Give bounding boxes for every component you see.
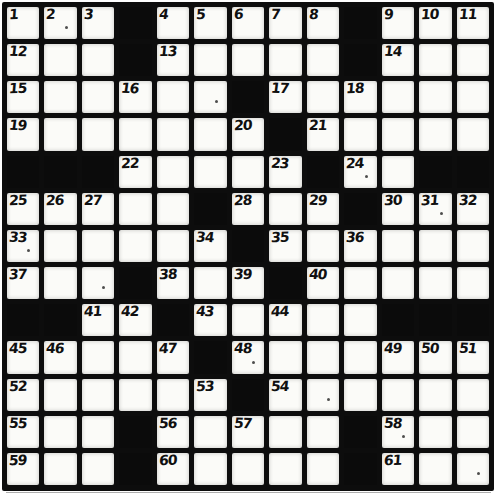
clue-number: 57 — [233, 415, 253, 431]
block-r12c4 — [119, 416, 151, 448]
cell-r10c4[interactable] — [119, 341, 151, 373]
cell-r8c2[interactable] — [44, 267, 76, 299]
clue-number: 9 — [383, 7, 393, 22]
cell-r11c5[interactable] — [157, 379, 189, 411]
clue-number: 19 — [8, 118, 28, 134]
cell-r7c10[interactable]: 36 — [344, 230, 376, 262]
cell-r7c8[interactable]: 35 — [269, 230, 301, 262]
cell-r8c7[interactable]: 39 — [232, 267, 264, 299]
clue-number: 47 — [158, 341, 177, 356]
block-r4c8 — [269, 118, 301, 150]
cell-r4c11[interactable] — [382, 118, 414, 150]
clue-number: 58 — [383, 416, 402, 431]
cell-r4c12[interactable] — [419, 118, 451, 150]
cell-r9c9[interactable] — [307, 304, 339, 336]
block-r2c4 — [119, 44, 151, 76]
block-r5c9 — [307, 156, 339, 188]
block-r9c1 — [7, 304, 39, 336]
clue-number: 30 — [383, 192, 402, 208]
cell-r1c5[interactable]: 4 — [157, 7, 189, 39]
cell-r4c6[interactable] — [194, 118, 226, 150]
block-r2c10 — [344, 44, 376, 76]
clue-number: 43 — [195, 304, 215, 320]
block-r11c7 — [232, 379, 264, 411]
clue-number: 45 — [8, 341, 27, 356]
cell-r6c5[interactable] — [157, 193, 189, 225]
cell-r10c9[interactable] — [307, 341, 339, 373]
cell-r7c11[interactable] — [382, 230, 414, 262]
block-r6c10 — [344, 193, 376, 225]
clue-number: 26 — [46, 193, 65, 208]
clue-number: 46 — [46, 341, 65, 356]
cell-r13c2[interactable] — [44, 453, 76, 485]
clue-number: 61 — [383, 453, 402, 468]
cell-r4c5[interactable] — [157, 118, 189, 150]
clue-number: 14 — [383, 44, 402, 59]
block-r7c7 — [232, 230, 264, 262]
block-r8c8 — [269, 267, 301, 299]
cell-r11c1[interactable]: 52 — [7, 379, 39, 411]
cell-r13c9[interactable] — [307, 453, 339, 485]
cell-r6c12[interactable]: 31 — [419, 193, 451, 225]
clue-number: 6 — [233, 7, 243, 22]
cell-r2c9[interactable] — [307, 44, 339, 76]
cell-r5c8[interactable]: 23 — [269, 156, 301, 188]
clue-number: 59 — [8, 453, 27, 468]
cell-r1c3[interactable]: 3 — [82, 7, 114, 39]
cell-r10c13[interactable]: 51 — [457, 341, 489, 373]
cell-r2c5[interactable]: 13 — [157, 44, 189, 76]
block-r1c10 — [344, 7, 376, 39]
cell-r2c13[interactable] — [457, 44, 489, 76]
cell-r7c12[interactable] — [419, 230, 451, 262]
cell-r1c12[interactable]: 10 — [419, 7, 451, 39]
clue-number: 24 — [345, 155, 364, 170]
cell-r7c6[interactable]: 34 — [194, 230, 226, 262]
clue-number: 22 — [121, 155, 140, 171]
clue-number: 29 — [308, 193, 327, 208]
cell-r13c7[interactable] — [232, 453, 264, 485]
clue-number: 37 — [8, 267, 27, 282]
cell-r12c5[interactable]: 56 — [157, 416, 189, 448]
cell-r8c13[interactable] — [457, 267, 489, 299]
cell-r11c11[interactable] — [382, 379, 414, 411]
cell-r8c1[interactable]: 37 — [7, 267, 39, 299]
clue-number: 56 — [158, 416, 177, 431]
cell-r1c9[interactable]: 8 — [307, 7, 339, 39]
block-r5c12 — [419, 156, 451, 188]
block-r9c11 — [382, 304, 414, 336]
cell-r11c4[interactable] — [119, 379, 151, 411]
cell-r12c11[interactable]: 58 — [382, 416, 414, 448]
cell-r13c11[interactable]: 61 — [382, 453, 414, 485]
cell-r10c10[interactable] — [344, 341, 376, 373]
cell-r10c7[interactable]: 48 — [232, 341, 264, 373]
clue-number: 53 — [196, 378, 215, 394]
clue-number: 17 — [270, 81, 289, 96]
cell-r9c3[interactable]: 41 — [82, 304, 114, 336]
clue-number: 2 — [46, 7, 56, 22]
block-r5c2 — [44, 156, 76, 188]
cell-r3c12[interactable] — [419, 81, 451, 113]
clue-number: 20 — [233, 118, 252, 134]
cell-r1c1[interactable]: 1 — [7, 7, 39, 39]
cell-r12c9[interactable] — [307, 416, 339, 448]
clue-number: 25 — [8, 192, 27, 208]
clue-number: 55 — [8, 416, 27, 431]
block-r8c4 — [119, 267, 151, 299]
cell-r11c12[interactable] — [419, 379, 451, 411]
cell-r11c10[interactable] — [344, 379, 376, 411]
cell-r7c4[interactable] — [119, 230, 151, 262]
cell-r2c12[interactable] — [419, 44, 451, 76]
cell-r8c6[interactable] — [194, 267, 226, 299]
cell-r3c10[interactable]: 18 — [344, 81, 376, 113]
cell-r10c5[interactable]: 47 — [157, 341, 189, 373]
clue-number: 31 — [420, 193, 439, 208]
clue-number: 8 — [308, 7, 319, 22]
cell-r11c9[interactable] — [307, 379, 339, 411]
cell-r9c10[interactable] — [344, 304, 376, 336]
cell-r4c13[interactable] — [457, 118, 489, 150]
clue-number: 28 — [233, 193, 252, 208]
cell-r7c3[interactable] — [82, 230, 114, 262]
cell-r6c13[interactable]: 32 — [457, 193, 489, 225]
cell-r3c8[interactable]: 17 — [269, 81, 301, 113]
cell-r3c1[interactable]: 15 — [7, 81, 39, 113]
clue-number: 16 — [120, 81, 140, 97]
clue-number: 15 — [8, 81, 27, 96]
cell-r4c2[interactable] — [44, 118, 76, 150]
clue-number: 36 — [345, 230, 364, 245]
clue-number: 7 — [270, 7, 280, 22]
clue-number: 42 — [121, 304, 140, 319]
cell-r10c2[interactable]: 46 — [44, 341, 76, 373]
cell-r5c10[interactable]: 24 — [344, 156, 376, 188]
clue-number: 40 — [308, 267, 328, 283]
clue-number: 41 — [83, 304, 102, 319]
cell-r12c2[interactable] — [44, 416, 76, 448]
cell-r2c8[interactable] — [269, 44, 301, 76]
cell-r10c3[interactable] — [82, 341, 114, 373]
cell-r6c4[interactable] — [119, 193, 151, 225]
block-r12c10 — [344, 416, 376, 448]
clue-number: 1 — [8, 7, 18, 22]
cell-r13c3[interactable] — [82, 453, 114, 485]
cell-r4c1[interactable]: 19 — [7, 118, 39, 150]
cell-r2c1[interactable]: 12 — [7, 44, 39, 76]
crossword-page: 1234567891011121314151617181920212223242… — [0, 0, 495, 497]
clue-number: 18 — [346, 81, 365, 97]
clue-number: 34 — [195, 230, 214, 245]
cell-r11c2[interactable] — [44, 379, 76, 411]
block-r13c4 — [119, 453, 151, 485]
clue-number: 38 — [158, 267, 177, 283]
cell-r4c9[interactable]: 21 — [307, 118, 339, 150]
cell-r1c8[interactable]: 7 — [269, 7, 301, 39]
cell-r3c13[interactable] — [457, 81, 489, 113]
cell-r4c10[interactable] — [344, 118, 376, 150]
cell-r12c1[interactable]: 55 — [7, 416, 39, 448]
cell-r4c7[interactable]: 20 — [232, 118, 264, 150]
cell-r12c8[interactable] — [269, 416, 301, 448]
cell-r13c8[interactable] — [269, 453, 301, 485]
clue-number: 12 — [8, 44, 27, 59]
cell-r11c8[interactable]: 54 — [269, 379, 301, 411]
cell-r5c7[interactable] — [232, 156, 264, 188]
cell-r8c9[interactable]: 40 — [307, 267, 339, 299]
clue-number: 54 — [270, 379, 289, 394]
block-r1c4 — [119, 7, 151, 39]
block-r3c7 — [232, 81, 264, 113]
clue-number: 44 — [271, 304, 290, 319]
cell-r9c4[interactable]: 42 — [119, 304, 151, 336]
cell-r13c12[interactable] — [419, 453, 451, 485]
crossword-grid: 1234567891011121314151617181920212223242… — [2, 2, 494, 491]
block-r9c13 — [457, 304, 489, 336]
cell-r13c13[interactable] — [457, 453, 489, 485]
clue-number: 5 — [196, 7, 206, 22]
cell-r9c7[interactable] — [232, 304, 264, 336]
block-r5c13 — [457, 156, 489, 188]
cell-r11c13[interactable] — [457, 379, 489, 411]
cell-r8c12[interactable] — [419, 267, 451, 299]
cell-r6c2[interactable]: 26 — [44, 193, 76, 225]
cell-r6c3[interactable]: 27 — [82, 193, 114, 225]
cell-r10c12[interactable]: 50 — [419, 341, 451, 373]
clue-number: 27 — [83, 193, 102, 208]
cell-r4c3[interactable] — [82, 118, 114, 150]
cell-r10c8[interactable] — [269, 341, 301, 373]
cell-r11c6[interactable]: 53 — [194, 379, 226, 411]
clue-number: 11 — [458, 7, 477, 22]
cell-r1c7[interactable]: 6 — [232, 7, 264, 39]
block-r6c6 — [194, 193, 226, 225]
clue-number: 13 — [158, 44, 177, 59]
cell-r3c11[interactable] — [382, 81, 414, 113]
cell-r5c4[interactable]: 22 — [119, 156, 151, 188]
clue-number: 10 — [420, 7, 439, 22]
cell-r8c3[interactable] — [82, 267, 114, 299]
cell-r9c6[interactable]: 43 — [194, 304, 226, 336]
cell-r12c6[interactable] — [194, 416, 226, 448]
cell-r5c11[interactable] — [382, 156, 414, 188]
clue-number: 48 — [233, 341, 252, 356]
clue-number: 3 — [83, 7, 93, 22]
cell-r8c5[interactable]: 38 — [157, 267, 189, 299]
cell-r2c6[interactable] — [194, 44, 226, 76]
cell-r8c10[interactable] — [344, 267, 376, 299]
clue-number: 4 — [158, 7, 169, 22]
block-r10c6 — [194, 341, 226, 373]
cell-r10c1[interactable]: 45 — [7, 341, 39, 373]
cell-r3c2[interactable] — [44, 81, 76, 113]
cell-r3c4[interactable]: 16 — [119, 81, 151, 113]
cell-r1c2[interactable]: 2 — [44, 7, 76, 39]
cell-r6c11[interactable]: 30 — [382, 193, 414, 225]
scan-artifact-line — [6, 492, 491, 493]
clue-number: 51 — [458, 341, 478, 357]
block-r13c10 — [344, 453, 376, 485]
block-r9c12 — [419, 304, 451, 336]
cell-r1c6[interactable]: 5 — [194, 7, 226, 39]
clue-number: 39 — [233, 267, 252, 282]
cell-r13c1[interactable]: 59 — [7, 453, 39, 485]
clue-number: 52 — [8, 378, 27, 394]
cell-r12c7[interactable]: 57 — [232, 416, 264, 448]
clue-number: 32 — [458, 193, 477, 208]
cell-r4c4[interactable] — [119, 118, 151, 150]
cell-r3c3[interactable] — [82, 81, 114, 113]
clue-number: 35 — [271, 230, 290, 246]
cell-r6c8[interactable] — [269, 193, 301, 225]
cell-r13c6[interactable] — [194, 453, 226, 485]
cell-r6c1[interactable]: 25 — [7, 193, 39, 225]
clue-number: 50 — [420, 341, 439, 356]
cell-r1c11[interactable]: 9 — [382, 7, 414, 39]
cell-r3c5[interactable] — [157, 81, 189, 113]
cell-r12c12[interactable] — [419, 416, 451, 448]
cell-r12c13[interactable] — [457, 416, 489, 448]
cell-r3c9[interactable] — [307, 81, 339, 113]
block-r9c2 — [44, 304, 76, 336]
cell-r3c6[interactable] — [194, 81, 226, 113]
cell-r9c8[interactable]: 44 — [269, 304, 301, 336]
cell-r6c7[interactable]: 28 — [232, 193, 264, 225]
cell-r10c11[interactable]: 49 — [382, 341, 414, 373]
clue-number: 33 — [8, 230, 27, 245]
cell-r7c13[interactable] — [457, 230, 489, 262]
cell-r8c11[interactable] — [382, 267, 414, 299]
cell-r7c1[interactable]: 33 — [7, 230, 39, 262]
clue-number: 21 — [308, 118, 327, 133]
cell-r1c13[interactable]: 11 — [457, 7, 489, 39]
cell-r12c3[interactable] — [82, 416, 114, 448]
block-r5c1 — [7, 156, 39, 188]
cell-r13c5[interactable]: 60 — [157, 453, 189, 485]
cell-r2c11[interactable]: 14 — [382, 44, 414, 76]
cell-r2c2[interactable] — [44, 44, 76, 76]
cell-r11c3[interactable] — [82, 379, 114, 411]
block-r9c5 — [157, 304, 189, 336]
clue-number: 60 — [158, 453, 177, 469]
cell-r7c5[interactable] — [157, 230, 189, 262]
cell-r7c2[interactable] — [44, 230, 76, 262]
clue-number: 23 — [270, 155, 290, 171]
cell-r2c7[interactable] — [232, 44, 264, 76]
cell-r7c9[interactable] — [307, 230, 339, 262]
cell-r2c3[interactable] — [82, 44, 114, 76]
cell-r5c5[interactable] — [157, 156, 189, 188]
block-r5c3 — [82, 156, 114, 188]
cell-r6c9[interactable]: 29 — [307, 193, 339, 225]
cell-r5c6[interactable] — [194, 156, 226, 188]
clue-number: 49 — [383, 341, 402, 356]
